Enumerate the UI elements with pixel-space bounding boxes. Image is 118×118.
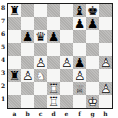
square-g3[interactable] [86,69,99,82]
black-pawn-glyph: ♟ [73,17,86,30]
square-d1[interactable]: ♜♖ [47,95,60,108]
square-e1[interactable] [60,95,73,108]
white-rook-glyph: ♖ [47,95,60,108]
file-label-g: g [86,110,99,117]
square-a2[interactable] [8,82,21,95]
rank-label-2: 2 [0,82,6,95]
chess-board[interactable]: ♜♝♚♟♟♟♛♟♟♙♟♙♟♟♙♜♟♙♞♘♟♙♜♖♛♕♟♙♜♖♚♔ [7,3,113,109]
square-b8[interactable] [21,4,34,17]
square-c3[interactable]: ♞♘ [34,69,47,82]
square-h8[interactable] [99,4,112,17]
square-h7[interactable] [99,17,112,30]
black-rook-glyph: ♜ [8,4,21,17]
square-g5[interactable] [86,43,99,56]
square-f6[interactable] [73,30,86,43]
black-pawn-glyph: ♟ [21,30,34,43]
file-label-a: a [8,110,21,117]
square-e7[interactable] [60,17,73,30]
white-pawn-glyph: ♙ [99,82,112,95]
black-pawn-glyph: ♟ [86,17,99,30]
square-c1[interactable] [34,95,47,108]
rank-label-7: 7 [0,17,6,30]
square-g1[interactable]: ♚♔ [86,95,99,108]
square-b5[interactable] [21,43,34,56]
white-king[interactable]: ♚♔ [86,95,99,108]
file-label-c: c [34,110,47,117]
square-d4[interactable] [47,56,60,69]
square-a5[interactable] [8,43,21,56]
white-knight[interactable]: ♞♘ [34,69,47,82]
file-label-e: e [60,110,73,117]
rank-labels: 87654321 [0,4,6,108]
square-a3[interactable]: ♜ [8,69,21,82]
square-d5[interactable] [47,43,60,56]
white-pawn[interactable]: ♟♙ [99,56,112,69]
square-g7[interactable]: ♟ [86,17,99,30]
square-e2[interactable] [60,82,73,95]
square-a6[interactable] [8,30,21,43]
square-e3[interactable] [60,69,73,82]
square-g6[interactable] [86,30,99,43]
file-labels: abcdefgh [8,110,112,117]
chess-diagram: 87654321 ♜♝♚♟♟♟♛♟♟♙♟♙♟♟♙♜♟♙♞♘♟♙♜♖♛♕♟♙♜♖♚… [0,0,118,118]
white-pawn[interactable]: ♟♙ [60,56,73,69]
square-f1[interactable] [73,95,86,108]
square-h2[interactable]: ♟♙ [99,82,112,95]
file-label-f: f [73,110,86,117]
white-king-glyph: ♔ [86,95,99,108]
black-rook[interactable]: ♜ [8,69,21,82]
black-pawn[interactable]: ♟ [73,17,86,30]
square-c8[interactable] [34,4,47,17]
square-c2[interactable] [34,82,47,95]
file-label-h: h [99,110,112,117]
white-pawn-glyph: ♙ [99,56,112,69]
square-d8[interactable] [47,4,60,17]
black-rook-glyph: ♜ [8,69,21,82]
black-queen[interactable]: ♛ [34,30,47,43]
square-h4[interactable]: ♟♙ [99,56,112,69]
rank-label-1: 1 [0,95,6,108]
square-b1[interactable] [21,95,34,108]
square-h1[interactable] [99,95,112,108]
square-e8[interactable] [60,4,73,17]
white-rook[interactable]: ♜♖ [47,95,60,108]
black-pawn[interactable]: ♟ [47,30,60,43]
rank-label-8: 8 [0,4,6,17]
black-pawn[interactable]: ♟ [21,30,34,43]
white-pawn-glyph: ♙ [60,56,73,69]
file-label-b: b [21,110,34,117]
white-queen[interactable]: ♛♕ [73,82,86,95]
square-b6[interactable]: ♟ [21,30,34,43]
white-pawn[interactable]: ♟♙ [21,69,34,82]
rank-label-6: 6 [0,30,6,43]
square-b3[interactable]: ♟♙ [21,69,34,82]
black-pawn-glyph: ♟ [47,30,60,43]
square-c6[interactable]: ♛ [34,30,47,43]
rank-label-4: 4 [0,56,6,69]
square-d6[interactable]: ♟ [47,30,60,43]
rank-label-3: 3 [0,69,6,82]
rank-label-5: 5 [0,43,6,56]
file-label-d: d [47,110,60,117]
white-queen-glyph: ♕ [73,82,86,95]
square-b2[interactable] [21,82,34,95]
square-e6[interactable] [60,30,73,43]
square-g4[interactable] [86,56,99,69]
black-pawn[interactable]: ♟ [86,17,99,30]
white-knight-glyph: ♘ [34,69,47,82]
square-e4[interactable]: ♟♙ [60,56,73,69]
white-pawn-glyph: ♙ [21,69,34,82]
square-h6[interactable] [99,30,112,43]
black-rook[interactable]: ♜ [8,4,21,17]
square-a8[interactable]: ♜ [8,4,21,17]
square-f2[interactable]: ♛♕ [73,82,86,95]
square-f7[interactable]: ♟ [73,17,86,30]
square-a7[interactable] [8,17,21,30]
square-a1[interactable] [8,95,21,108]
white-pawn[interactable]: ♟♙ [99,82,112,95]
black-queen-glyph: ♛ [34,30,47,43]
